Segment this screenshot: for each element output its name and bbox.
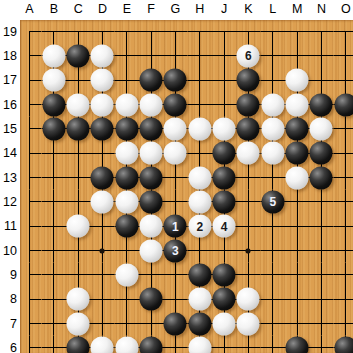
col-label-M: M [292, 1, 302, 18]
black-stone [237, 117, 260, 140]
white-stone [188, 166, 211, 189]
intersection-H15[interactable] [188, 117, 212, 141]
black-stone-move-1: 1 [164, 215, 187, 238]
intersection-A18[interactable] [17, 44, 41, 68]
intersection-L13[interactable] [261, 165, 285, 189]
white-stone-move-2: 2 [188, 215, 211, 238]
intersection-J15[interactable] [212, 117, 236, 141]
white-stone [237, 312, 260, 335]
intersection-K16[interactable] [236, 92, 260, 116]
intersection-G7[interactable] [163, 311, 187, 335]
row-label-8: 8 [0, 291, 17, 307]
intersection-B9[interactable] [42, 263, 66, 287]
intersection-K6[interactable] [236, 336, 260, 353]
intersection-C13[interactable] [66, 165, 90, 189]
intersection-B13[interactable] [42, 165, 66, 189]
black-stone [213, 142, 236, 165]
intersection-F10[interactable] [139, 238, 163, 262]
intersection-D19[interactable] [90, 20, 114, 44]
white-stone [164, 142, 187, 165]
intersection-L8[interactable] [261, 287, 285, 311]
white-stone [188, 336, 211, 353]
row-label-10: 10 [0, 243, 17, 259]
intersection-F13[interactable] [139, 165, 163, 189]
intersection-J12[interactable] [212, 190, 236, 214]
col-label-C: C [74, 1, 83, 18]
black-stone [140, 117, 163, 140]
intersection-D8[interactable] [90, 287, 114, 311]
white-stone [42, 69, 65, 92]
intersection-G18[interactable] [163, 44, 187, 68]
col-label-N: N [317, 1, 326, 18]
intersection-G15[interactable] [163, 117, 187, 141]
intersection-D18[interactable] [90, 44, 114, 68]
intersection-H8[interactable] [188, 287, 212, 311]
intersection-H13[interactable] [188, 165, 212, 189]
intersection-C12[interactable] [66, 190, 90, 214]
intersection-A13[interactable] [17, 165, 41, 189]
white-stone [237, 142, 260, 165]
intersection-J9[interactable] [212, 263, 236, 287]
intersection-O10[interactable] [334, 238, 353, 262]
intersection-G14[interactable] [163, 141, 187, 165]
intersection-B19[interactable] [42, 20, 66, 44]
intersection-F12[interactable] [139, 190, 163, 214]
black-stone [237, 69, 260, 92]
intersection-N16[interactable] [309, 92, 333, 116]
intersection-G12[interactable] [163, 190, 187, 214]
intersection-C18[interactable] [66, 44, 90, 68]
row-label-12: 12 [0, 194, 17, 210]
row-label-17: 17 [0, 72, 17, 88]
white-stone [91, 69, 114, 92]
intersection-J18[interactable] [212, 44, 236, 68]
black-stone [42, 93, 65, 116]
intersection-G11[interactable]: 1 [163, 214, 187, 238]
intersection-F16[interactable] [139, 92, 163, 116]
white-stone [188, 117, 211, 140]
row-label-7: 7 [0, 316, 17, 332]
intersection-N6[interactable] [309, 336, 333, 353]
black-stone [286, 336, 309, 353]
intersection-J8[interactable] [212, 287, 236, 311]
black-stone [164, 312, 187, 335]
row-label-11: 11 [0, 218, 17, 234]
intersection-H12[interactable] [188, 190, 212, 214]
col-label-G: G [171, 1, 181, 18]
black-stone [140, 166, 163, 189]
intersection-M13[interactable] [285, 165, 309, 189]
white-stone [140, 239, 163, 262]
star-point-D10 [100, 248, 105, 253]
col-label-K: K [244, 1, 252, 18]
intersection-F6[interactable] [139, 336, 163, 353]
col-label-E: E [123, 1, 131, 18]
white-stone [286, 93, 309, 116]
intersection-N14[interactable] [309, 141, 333, 165]
intersection-M17[interactable] [285, 68, 309, 92]
white-stone [261, 117, 284, 140]
white-stone [115, 263, 138, 286]
intersection-B8[interactable] [42, 287, 66, 311]
intersection-D6[interactable] [90, 336, 114, 353]
white-stone [115, 93, 138, 116]
intersection-O11[interactable] [334, 214, 353, 238]
intersection-C16[interactable] [66, 92, 90, 116]
intersection-O12[interactable] [334, 190, 353, 214]
intersection-C6[interactable] [66, 336, 90, 353]
intersection-H10[interactable] [188, 238, 212, 262]
intersection-A11[interactable] [17, 214, 41, 238]
black-stone [310, 93, 333, 116]
intersection-E12[interactable] [115, 190, 139, 214]
intersection-K15[interactable] [236, 117, 260, 141]
intersection-H6[interactable] [188, 336, 212, 353]
col-label-D: D [98, 1, 107, 18]
white-stone [140, 142, 163, 165]
intersection-M18[interactable] [285, 44, 309, 68]
intersection-E11[interactable] [115, 214, 139, 238]
intersection-D9[interactable] [90, 263, 114, 287]
intersection-M15[interactable] [285, 117, 309, 141]
col-label-L: L [269, 1, 276, 18]
intersection-F7[interactable] [139, 311, 163, 335]
black-stone [67, 336, 90, 353]
intersection-O19[interactable] [334, 20, 353, 44]
intersection-F17[interactable] [139, 68, 163, 92]
white-stone [67, 93, 90, 116]
intersection-A10[interactable] [17, 238, 41, 262]
white-stone [67, 288, 90, 311]
intersection-E14[interactable] [115, 141, 139, 165]
intersection-C14[interactable] [66, 141, 90, 165]
white-stone [310, 117, 333, 140]
black-stone [310, 142, 333, 165]
intersection-G10[interactable]: 3 [163, 238, 187, 262]
intersection-L18[interactable] [261, 44, 285, 68]
intersection-M7[interactable] [285, 311, 309, 335]
white-stone [213, 312, 236, 335]
intersection-D16[interactable] [90, 92, 114, 116]
intersection-O17[interactable] [334, 68, 353, 92]
intersection-B17[interactable] [42, 68, 66, 92]
black-stone [140, 336, 163, 353]
goban-grid: 651243 [17, 20, 353, 353]
black-stone-move-5: 5 [261, 190, 284, 213]
black-stone [115, 215, 138, 238]
black-stone [310, 166, 333, 189]
intersection-J17[interactable] [212, 68, 236, 92]
intersection-M14[interactable] [285, 141, 309, 165]
intersection-J6[interactable] [212, 336, 236, 353]
white-stone [237, 288, 260, 311]
intersection-B6[interactable] [42, 336, 66, 353]
intersection-L10[interactable] [261, 238, 285, 262]
intersection-L11[interactable] [261, 214, 285, 238]
black-stone [286, 117, 309, 140]
intersection-F15[interactable] [139, 117, 163, 141]
intersection-A9[interactable] [17, 263, 41, 287]
intersection-O7[interactable] [334, 311, 353, 335]
intersection-D11[interactable] [90, 214, 114, 238]
intersection-D14[interactable] [90, 141, 114, 165]
intersection-E9[interactable] [115, 263, 139, 287]
white-stone [286, 69, 309, 92]
white-stone [42, 44, 65, 67]
intersection-D12[interactable] [90, 190, 114, 214]
white-stone [67, 215, 90, 238]
row-label-19: 19 [0, 24, 17, 40]
intersection-O14[interactable] [334, 141, 353, 165]
white-stone [261, 93, 284, 116]
intersection-F8[interactable] [139, 287, 163, 311]
white-stone [67, 312, 90, 335]
intersection-C15[interactable] [66, 117, 90, 141]
intersection-L16[interactable] [261, 92, 285, 116]
intersection-G17[interactable] [163, 68, 187, 92]
intersection-C19[interactable] [66, 20, 90, 44]
intersection-O9[interactable] [334, 263, 353, 287]
intersection-A14[interactable] [17, 141, 41, 165]
intersection-J10[interactable] [212, 238, 236, 262]
intersection-E15[interactable] [115, 117, 139, 141]
intersection-M12[interactable] [285, 190, 309, 214]
white-stone [213, 117, 236, 140]
intersection-K7[interactable] [236, 311, 260, 335]
intersection-G6[interactable] [163, 336, 187, 353]
white-stone [164, 117, 187, 140]
black-stone [237, 93, 260, 116]
intersection-L17[interactable] [261, 68, 285, 92]
intersection-A7[interactable] [17, 311, 41, 335]
col-label-A: A [25, 1, 33, 18]
intersection-A15[interactable] [17, 117, 41, 141]
intersection-J16[interactable] [212, 92, 236, 116]
intersection-H19[interactable] [188, 20, 212, 44]
intersection-H17[interactable] [188, 68, 212, 92]
intersection-N17[interactable] [309, 68, 333, 92]
intersection-N11[interactable] [309, 214, 333, 238]
intersection-O13[interactable] [334, 165, 353, 189]
white-stone [115, 190, 138, 213]
intersection-B18[interactable] [42, 44, 66, 68]
intersection-G8[interactable] [163, 287, 187, 311]
intersection-B16[interactable] [42, 92, 66, 116]
white-stone-move-6: 6 [237, 44, 260, 67]
intersection-O15[interactable] [334, 117, 353, 141]
intersection-G9[interactable] [163, 263, 187, 287]
row-label-9: 9 [0, 267, 17, 283]
intersection-K11[interactable] [236, 214, 260, 238]
black-stone [91, 117, 114, 140]
black-stone [140, 288, 163, 311]
intersection-B15[interactable] [42, 117, 66, 141]
go-board-screenshot: ABCDEFGHJKLMNO191817161514131211109876 6… [0, 0, 353, 353]
intersection-N8[interactable] [309, 287, 333, 311]
black-stone [140, 190, 163, 213]
intersection-J14[interactable] [212, 141, 236, 165]
intersection-C10[interactable] [66, 238, 90, 262]
star-point-K10 [246, 248, 251, 253]
intersection-E8[interactable] [115, 287, 139, 311]
black-stone [115, 166, 138, 189]
intersection-D13[interactable] [90, 165, 114, 189]
intersection-M19[interactable] [285, 20, 309, 44]
intersection-K14[interactable] [236, 141, 260, 165]
intersection-B11[interactable] [42, 214, 66, 238]
intersection-N7[interactable] [309, 311, 333, 335]
intersection-E19[interactable] [115, 20, 139, 44]
intersection-C17[interactable] [66, 68, 90, 92]
intersection-F18[interactable] [139, 44, 163, 68]
intersection-E17[interactable] [115, 68, 139, 92]
intersection-D15[interactable] [90, 117, 114, 141]
intersection-B7[interactable] [42, 311, 66, 335]
intersection-D7[interactable] [90, 311, 114, 335]
intersection-N15[interactable] [309, 117, 333, 141]
intersection-E18[interactable] [115, 44, 139, 68]
col-label-F: F [147, 1, 155, 18]
intersection-E10[interactable] [115, 238, 139, 262]
row-label-16: 16 [0, 97, 17, 113]
intersection-M6[interactable] [285, 336, 309, 353]
intersection-E7[interactable] [115, 311, 139, 335]
intersection-N13[interactable] [309, 165, 333, 189]
white-stone [91, 44, 114, 67]
col-label-H: H [195, 1, 204, 18]
intersection-K8[interactable] [236, 287, 260, 311]
black-stone [188, 263, 211, 286]
intersection-D17[interactable] [90, 68, 114, 92]
intersection-N19[interactable] [309, 20, 333, 44]
intersection-L6[interactable] [261, 336, 285, 353]
intersection-H18[interactable] [188, 44, 212, 68]
intersection-J7[interactable] [212, 311, 236, 335]
intersection-C9[interactable] [66, 263, 90, 287]
black-stone [164, 93, 187, 116]
intersection-K13[interactable] [236, 165, 260, 189]
intersection-E6[interactable] [115, 336, 139, 353]
intersection-B10[interactable] [42, 238, 66, 262]
intersection-B14[interactable] [42, 141, 66, 165]
black-stone [213, 263, 236, 286]
intersection-G13[interactable] [163, 165, 187, 189]
intersection-E13[interactable] [115, 165, 139, 189]
intersection-L7[interactable] [261, 311, 285, 335]
intersection-K12[interactable] [236, 190, 260, 214]
white-stone [188, 288, 211, 311]
intersection-L9[interactable] [261, 263, 285, 287]
intersection-O18[interactable] [334, 44, 353, 68]
intersection-A12[interactable] [17, 190, 41, 214]
white-stone [188, 190, 211, 213]
intersection-A8[interactable] [17, 287, 41, 311]
black-stone [286, 142, 309, 165]
white-stone [140, 93, 163, 116]
black-stone [334, 93, 353, 116]
intersection-J19[interactable] [212, 20, 236, 44]
intersection-N18[interactable] [309, 44, 333, 68]
intersection-O6[interactable] [334, 336, 353, 353]
intersection-M8[interactable] [285, 287, 309, 311]
col-label-O: O [341, 1, 351, 18]
row-label-13: 13 [0, 170, 17, 186]
intersection-M9[interactable] [285, 263, 309, 287]
intersection-G19[interactable] [163, 20, 187, 44]
white-stone [91, 336, 114, 353]
intersection-A19[interactable] [17, 20, 41, 44]
white-stone [286, 166, 309, 189]
intersection-C8[interactable] [66, 287, 90, 311]
intersection-M16[interactable] [285, 92, 309, 116]
intersection-M10[interactable] [285, 238, 309, 262]
black-stone [140, 69, 163, 92]
intersection-O8[interactable] [334, 287, 353, 311]
col-label-B: B [50, 1, 58, 18]
intersection-N12[interactable] [309, 190, 333, 214]
black-stone [67, 44, 90, 67]
intersection-O16[interactable] [334, 92, 353, 116]
black-stone-move-3: 3 [164, 239, 187, 262]
white-stone [261, 142, 284, 165]
intersection-F19[interactable] [139, 20, 163, 44]
intersection-F11[interactable] [139, 214, 163, 238]
intersection-A6[interactable] [17, 336, 41, 353]
intersection-H14[interactable] [188, 141, 212, 165]
intersection-K9[interactable] [236, 263, 260, 287]
intersection-F9[interactable] [139, 263, 163, 287]
intersection-L14[interactable] [261, 141, 285, 165]
intersection-J11[interactable]: 4 [212, 214, 236, 238]
row-label-6: 6 [0, 340, 17, 353]
black-stone [42, 117, 65, 140]
intersection-K18[interactable]: 6 [236, 44, 260, 68]
white-stone [115, 142, 138, 165]
intersection-L19[interactable] [261, 20, 285, 44]
intersection-L12[interactable]: 5 [261, 190, 285, 214]
intersection-K19[interactable] [236, 20, 260, 44]
intersection-N9[interactable] [309, 263, 333, 287]
intersection-H9[interactable] [188, 263, 212, 287]
intersection-K17[interactable] [236, 68, 260, 92]
intersection-H16[interactable] [188, 92, 212, 116]
intersection-A17[interactable] [17, 68, 41, 92]
row-label-18: 18 [0, 48, 17, 64]
intersection-J13[interactable] [212, 165, 236, 189]
intersection-L15[interactable] [261, 117, 285, 141]
black-stone [115, 117, 138, 140]
black-stone [188, 312, 211, 335]
intersection-F14[interactable] [139, 141, 163, 165]
black-stone [213, 166, 236, 189]
black-stone [164, 69, 187, 92]
intersection-E16[interactable] [115, 92, 139, 116]
intersection-G16[interactable] [163, 92, 187, 116]
intersection-C11[interactable] [66, 214, 90, 238]
intersection-K10[interactable] [236, 238, 260, 262]
black-stone [334, 336, 353, 353]
black-stone [91, 166, 114, 189]
white-stone [140, 215, 163, 238]
intersection-M11[interactable] [285, 214, 309, 238]
intersection-H7[interactable] [188, 311, 212, 335]
intersection-D10[interactable] [90, 238, 114, 262]
intersection-H11[interactable]: 2 [188, 214, 212, 238]
intersection-B12[interactable] [42, 190, 66, 214]
intersection-N10[interactable] [309, 238, 333, 262]
intersection-A16[interactable] [17, 92, 41, 116]
intersection-C7[interactable] [66, 311, 90, 335]
